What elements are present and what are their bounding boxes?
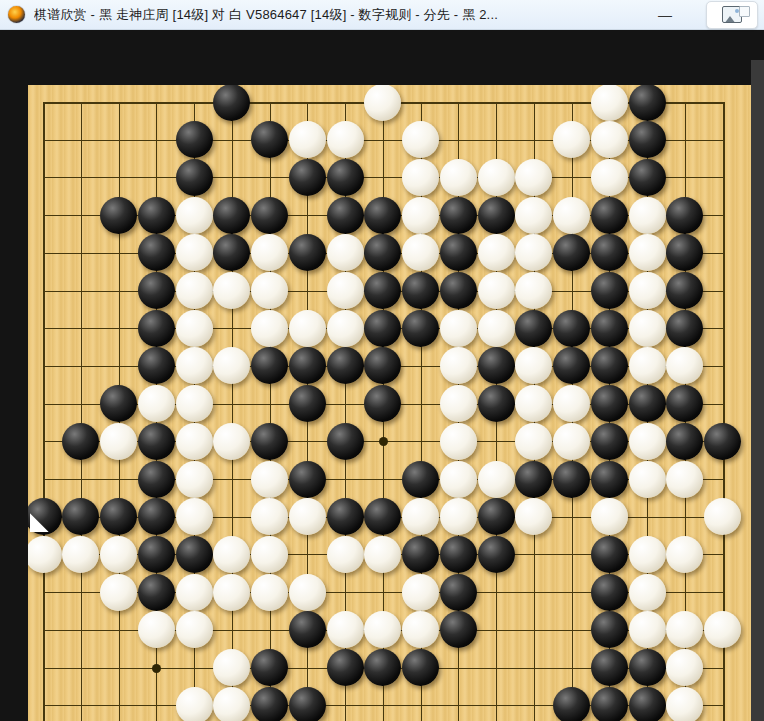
- black-stone: [402, 272, 439, 309]
- white-stone: [402, 498, 439, 535]
- white-stone: [100, 574, 137, 611]
- black-stone: [591, 611, 628, 648]
- black-stone: [327, 649, 364, 686]
- black-stone: [440, 611, 477, 648]
- white-stone: [213, 687, 250, 721]
- black-stone: [440, 272, 477, 309]
- black-stone: [591, 536, 628, 573]
- black-stone: [62, 423, 99, 460]
- white-stone: [28, 536, 62, 573]
- white-stone: [402, 611, 439, 648]
- white-stone: [251, 574, 288, 611]
- black-stone: [364, 310, 401, 347]
- black-stone: [289, 234, 326, 271]
- white-stone: [402, 121, 439, 158]
- white-stone: [364, 611, 401, 648]
- black-stone: [327, 197, 364, 234]
- black-stone: [402, 536, 439, 573]
- black-stone: [138, 234, 175, 271]
- black-stone: [213, 85, 250, 121]
- window-title: 棋谱欣赏 - 黑 走神庄周 [14级] 对 白 V5864647 [14级] -…: [34, 6, 650, 24]
- white-stone: [327, 234, 364, 271]
- black-stone: [629, 649, 666, 686]
- white-stone: [666, 611, 703, 648]
- black-stone: [364, 197, 401, 234]
- white-stone: [327, 536, 364, 573]
- black-stone: [289, 611, 326, 648]
- white-stone: [440, 347, 477, 384]
- window-content: [0, 30, 764, 721]
- white-stone: [478, 310, 515, 347]
- white-stone: [402, 197, 439, 234]
- black-stone: [478, 197, 515, 234]
- white-stone: [666, 461, 703, 498]
- white-stone: [629, 347, 666, 384]
- white-stone: [251, 498, 288, 535]
- white-stone: [515, 498, 552, 535]
- black-stone: [138, 536, 175, 573]
- white-stone: [138, 385, 175, 422]
- white-stone: [251, 310, 288, 347]
- white-stone: [591, 121, 628, 158]
- star-point: [152, 664, 161, 673]
- white-stone: [666, 347, 703, 384]
- black-stone: [289, 687, 326, 721]
- black-stone: [138, 310, 175, 347]
- black-stone: [138, 574, 175, 611]
- white-stone: [213, 649, 250, 686]
- white-stone: [176, 310, 213, 347]
- white-stone: [553, 121, 590, 158]
- white-stone: [251, 272, 288, 309]
- white-stone: [553, 197, 590, 234]
- black-stone: [629, 85, 666, 121]
- white-stone: [289, 121, 326, 158]
- white-stone: [440, 159, 477, 196]
- black-stone: [704, 423, 741, 460]
- black-stone: [327, 423, 364, 460]
- white-stone: [591, 159, 628, 196]
- white-stone: [440, 498, 477, 535]
- black-stone: [100, 197, 137, 234]
- white-stone: [402, 159, 439, 196]
- white-stone: [704, 498, 741, 535]
- black-stone: [440, 234, 477, 271]
- black-stone: [478, 536, 515, 573]
- black-stone: [364, 498, 401, 535]
- last-move-triangle-marker: [30, 513, 49, 532]
- white-stone: [176, 234, 213, 271]
- black-stone: [251, 121, 288, 158]
- white-stone: [176, 272, 213, 309]
- black-stone: [176, 536, 213, 573]
- grid-line-vertical: [270, 102, 271, 721]
- grid-line-vertical: [232, 102, 233, 721]
- white-stone: [515, 272, 552, 309]
- white-stone: [666, 536, 703, 573]
- black-stone: [629, 385, 666, 422]
- minimize-button[interactable]: —: [650, 3, 680, 27]
- black-stone: [402, 461, 439, 498]
- white-stone: [289, 310, 326, 347]
- white-stone: [478, 234, 515, 271]
- black-stone: [251, 197, 288, 234]
- white-stone: [176, 385, 213, 422]
- black-stone: [591, 461, 628, 498]
- black-stone: [289, 159, 326, 196]
- white-stone: [289, 574, 326, 611]
- black-stone: [213, 197, 250, 234]
- white-stone: [440, 461, 477, 498]
- black-stone: [100, 385, 137, 422]
- white-stone: [251, 461, 288, 498]
- white-stone: [213, 536, 250, 573]
- black-stone: [251, 347, 288, 384]
- white-stone: [100, 423, 137, 460]
- black-stone: [591, 310, 628, 347]
- black-stone: [364, 347, 401, 384]
- black-stone: [440, 536, 477, 573]
- picture-in-picture-button[interactable]: [706, 1, 758, 29]
- go-board[interactable]: [28, 85, 751, 721]
- white-stone: [478, 272, 515, 309]
- black-stone: [553, 687, 590, 721]
- white-stone: [251, 234, 288, 271]
- white-stone: [629, 423, 666, 460]
- black-stone: [515, 310, 552, 347]
- white-stone: [515, 423, 552, 460]
- white-stone: [515, 347, 552, 384]
- white-stone: [515, 197, 552, 234]
- white-stone: [704, 611, 741, 648]
- white-stone: [515, 159, 552, 196]
- white-stone: [402, 234, 439, 271]
- black-stone: [364, 385, 401, 422]
- grid-line-vertical: [43, 102, 45, 721]
- black-stone: [289, 461, 326, 498]
- black-stone: [364, 649, 401, 686]
- white-stone: [176, 423, 213, 460]
- black-stone: [62, 498, 99, 535]
- white-stone: [176, 461, 213, 498]
- app-icon: [8, 6, 25, 23]
- black-stone: [666, 423, 703, 460]
- black-stone: [138, 498, 175, 535]
- black-stone: [138, 347, 175, 384]
- black-stone: [28, 498, 62, 535]
- white-stone: [515, 385, 552, 422]
- small-window-icon: [739, 6, 750, 17]
- app-window: 棋谱欣赏 - 黑 走神庄周 [14级] 对 白 V5864647 [14级] -…: [0, 0, 764, 721]
- black-stone: [289, 347, 326, 384]
- white-stone: [440, 310, 477, 347]
- right-frame-strip: [751, 60, 764, 721]
- white-stone: [289, 498, 326, 535]
- black-stone: [478, 385, 515, 422]
- black-stone: [666, 234, 703, 271]
- white-stone: [515, 234, 552, 271]
- black-stone: [289, 385, 326, 422]
- white-stone: [629, 272, 666, 309]
- black-stone: [553, 461, 590, 498]
- white-stone: [478, 461, 515, 498]
- black-stone: [138, 423, 175, 460]
- black-stone: [666, 310, 703, 347]
- black-stone: [629, 121, 666, 158]
- white-stone: [327, 272, 364, 309]
- black-stone: [553, 347, 590, 384]
- black-stone: [327, 498, 364, 535]
- white-stone: [213, 574, 250, 611]
- white-stone: [629, 574, 666, 611]
- white-stone: [176, 197, 213, 234]
- white-stone: [591, 498, 628, 535]
- black-stone: [364, 272, 401, 309]
- black-stone: [327, 347, 364, 384]
- white-stone: [364, 85, 401, 121]
- black-stone: [591, 687, 628, 721]
- white-stone: [402, 574, 439, 611]
- black-stone: [591, 272, 628, 309]
- white-stone: [591, 85, 628, 121]
- black-stone: [440, 197, 477, 234]
- white-stone: [176, 498, 213, 535]
- white-stone: [327, 310, 364, 347]
- white-stone: [213, 423, 250, 460]
- black-stone: [138, 197, 175, 234]
- black-stone: [251, 649, 288, 686]
- black-stone: [138, 272, 175, 309]
- black-stone: [478, 347, 515, 384]
- black-stone: [629, 159, 666, 196]
- black-stone: [666, 272, 703, 309]
- white-stone: [666, 687, 703, 721]
- white-stone: [440, 385, 477, 422]
- grid-line-vertical: [81, 102, 82, 721]
- white-stone: [553, 423, 590, 460]
- white-stone: [176, 611, 213, 648]
- black-stone: [629, 687, 666, 721]
- white-stone: [478, 159, 515, 196]
- black-stone: [176, 121, 213, 158]
- black-stone: [591, 649, 628, 686]
- black-stone: [100, 498, 137, 535]
- black-stone: [591, 385, 628, 422]
- black-stone: [553, 310, 590, 347]
- white-stone: [666, 649, 703, 686]
- black-stone: [666, 385, 703, 422]
- black-stone: [251, 423, 288, 460]
- black-stone: [402, 310, 439, 347]
- white-stone: [629, 197, 666, 234]
- white-stone: [440, 423, 477, 460]
- black-stone: [176, 159, 213, 196]
- black-stone: [251, 687, 288, 721]
- black-stone: [364, 234, 401, 271]
- white-stone: [138, 611, 175, 648]
- black-stone: [213, 234, 250, 271]
- white-stone: [176, 347, 213, 384]
- black-stone: [515, 461, 552, 498]
- black-stone: [591, 197, 628, 234]
- white-stone: [327, 611, 364, 648]
- white-stone: [251, 536, 288, 573]
- white-stone: [176, 574, 213, 611]
- black-stone: [666, 197, 703, 234]
- white-stone: [62, 536, 99, 573]
- white-stone: [553, 385, 590, 422]
- black-stone: [553, 234, 590, 271]
- white-stone: [327, 121, 364, 158]
- black-stone: [591, 234, 628, 271]
- black-stone: [138, 461, 175, 498]
- white-stone: [213, 272, 250, 309]
- black-stone: [591, 423, 628, 460]
- black-stone: [591, 347, 628, 384]
- white-stone: [629, 461, 666, 498]
- white-stone: [629, 536, 666, 573]
- white-stone: [213, 347, 250, 384]
- black-stone: [327, 159, 364, 196]
- black-stone: [402, 649, 439, 686]
- black-stone: [478, 498, 515, 535]
- titlebar: 棋谱欣赏 - 黑 走神庄周 [14级] 对 白 V5864647 [14级] -…: [0, 0, 764, 30]
- white-stone: [629, 310, 666, 347]
- white-stone: [629, 234, 666, 271]
- white-stone: [629, 611, 666, 648]
- star-point: [379, 437, 388, 446]
- black-stone: [440, 574, 477, 611]
- white-stone: [100, 536, 137, 573]
- white-stone: [176, 687, 213, 721]
- white-stone: [364, 536, 401, 573]
- black-stone: [591, 574, 628, 611]
